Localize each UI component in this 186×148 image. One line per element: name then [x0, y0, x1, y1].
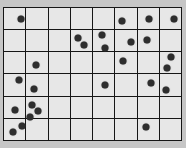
game-board — [3, 7, 182, 141]
counter[interactable] — [142, 124, 149, 131]
cell-r4c3[interactable] — [49, 74, 70, 95]
cell-r3c4[interactable] — [71, 52, 92, 73]
cell-r6c2[interactable] — [26, 119, 47, 140]
cell-r2c2[interactable] — [26, 30, 47, 51]
cell-r1c5[interactable] — [93, 8, 114, 29]
counter[interactable] — [162, 86, 169, 93]
cell-r6c5[interactable] — [93, 119, 114, 140]
cell-r1c3[interactable] — [49, 8, 70, 29]
counter[interactable] — [146, 16, 153, 23]
cell-r1c2[interactable] — [26, 8, 47, 29]
counter[interactable] — [168, 54, 175, 61]
cell-r2c8[interactable] — [160, 30, 181, 51]
counter[interactable] — [18, 16, 25, 23]
counter[interactable] — [120, 57, 127, 64]
cell-r6c7[interactable] — [138, 119, 159, 140]
cell-r6c6[interactable] — [115, 119, 136, 140]
cell-r3c7[interactable] — [138, 52, 159, 73]
counter[interactable] — [128, 38, 135, 45]
cell-r3c5[interactable] — [93, 52, 114, 73]
counter[interactable] — [163, 64, 170, 71]
counter[interactable] — [99, 32, 106, 39]
counter[interactable] — [28, 101, 35, 108]
cell-r4c2[interactable] — [26, 74, 47, 95]
counter[interactable] — [171, 16, 178, 23]
counter[interactable] — [10, 129, 17, 136]
cell-r4c6[interactable] — [115, 74, 136, 95]
counter[interactable] — [147, 80, 154, 87]
counter[interactable] — [18, 122, 25, 129]
cell-r3c6[interactable] — [115, 52, 136, 73]
counter[interactable] — [12, 107, 19, 114]
cell-r3c1[interactable] — [4, 52, 25, 73]
board-frame — [0, 0, 186, 148]
cell-r5c5[interactable] — [93, 97, 114, 118]
cell-r5c4[interactable] — [71, 97, 92, 118]
counter[interactable] — [34, 108, 41, 115]
cell-r2c3[interactable] — [49, 30, 70, 51]
counter[interactable] — [119, 17, 126, 24]
cell-r6c4[interactable] — [71, 119, 92, 140]
counter[interactable] — [81, 41, 88, 48]
counter[interactable] — [30, 85, 37, 92]
counter[interactable] — [144, 37, 151, 44]
cell-r5c8[interactable] — [160, 97, 181, 118]
cell-r5c7[interactable] — [138, 97, 159, 118]
counter[interactable] — [74, 35, 81, 42]
counter[interactable] — [102, 45, 109, 52]
board-grid — [3, 7, 182, 141]
cell-r1c4[interactable] — [71, 8, 92, 29]
counter[interactable] — [15, 77, 22, 84]
cell-r6c8[interactable] — [160, 119, 181, 140]
cell-r2c1[interactable] — [4, 30, 25, 51]
cell-r5c3[interactable] — [49, 97, 70, 118]
cell-r3c3[interactable] — [49, 52, 70, 73]
cell-r5c6[interactable] — [115, 97, 136, 118]
counter[interactable] — [101, 81, 108, 88]
counter[interactable] — [26, 113, 33, 120]
counter[interactable] — [32, 62, 39, 69]
cell-r4c4[interactable] — [71, 74, 92, 95]
cell-r6c3[interactable] — [49, 119, 70, 140]
